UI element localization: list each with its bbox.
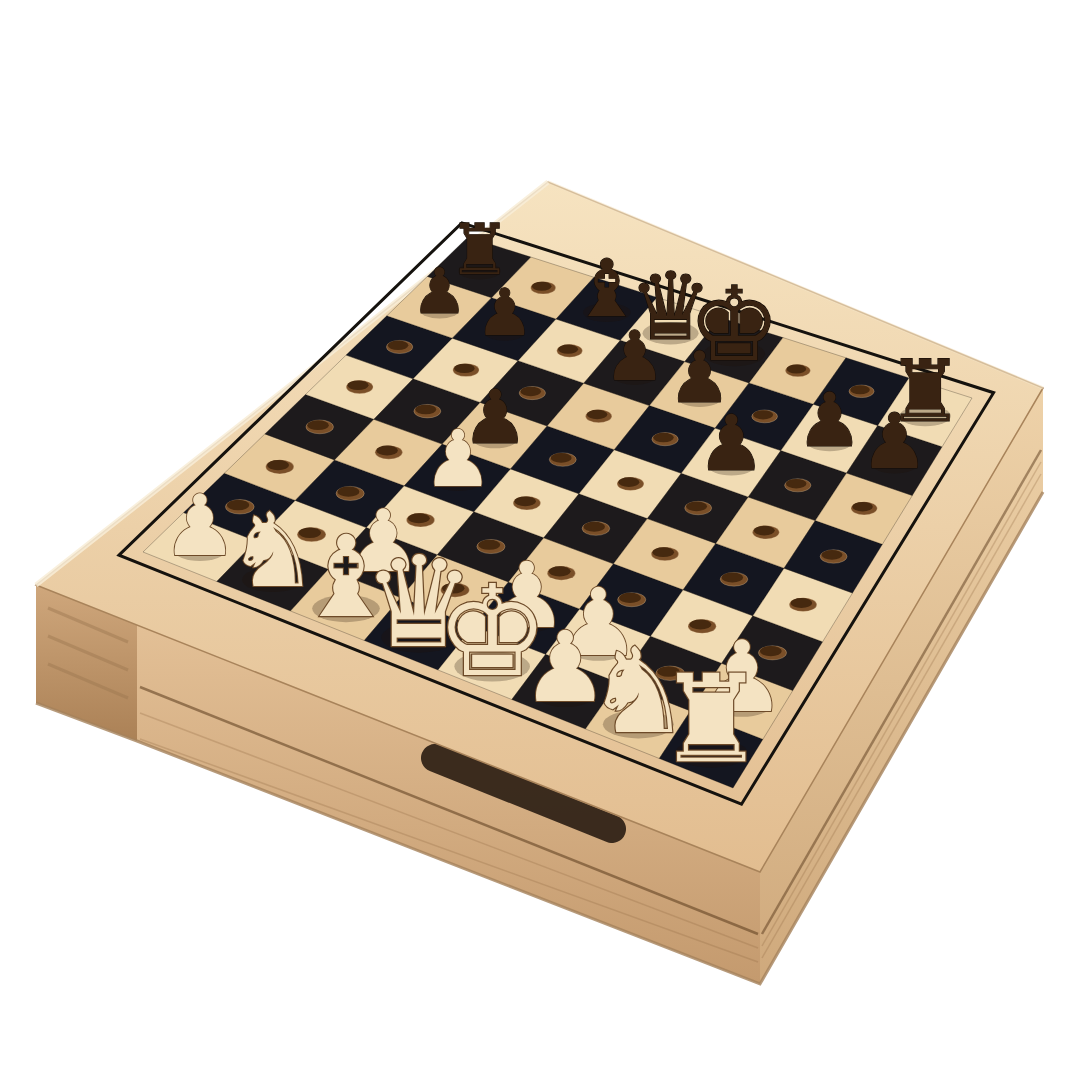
peg-hole-shadow-d4 — [514, 496, 535, 506]
black-pawn-f6: ♟ — [697, 399, 766, 488]
chessboard-scene: ♜♟♝♟♛♚♟♟♜♟♟♟♟♟♟♟♞♝♟♛♟♚♟♟♞♜ — [0, 0, 1080, 1080]
peg-hole-shadow-g5 — [754, 526, 775, 536]
peg-hole-shadow-g6 — [786, 479, 807, 488]
black-pawn-d7: ♟ — [604, 316, 666, 396]
peg-hole-shadow-b4 — [376, 446, 397, 456]
black-pawn-a7: ♟ — [411, 254, 468, 328]
travel-chess-set-photo: ♜♟♝♟♛♚♟♟♜♟♟♟♟♟♟♟♞♝♟♛♟♚♟♟♞♜ — [0, 0, 1080, 1080]
peg-hole-shadow-h6 — [852, 502, 873, 511]
peg-hole-shadow-f8 — [787, 365, 807, 374]
peg-hole-shadow-h4 — [791, 598, 812, 608]
peg-hole-shadow-g4 — [722, 573, 743, 583]
peg-hole-shadow-f5 — [686, 502, 707, 512]
white-pawn-c4: ♟ — [423, 413, 493, 504]
peg-hole-shadow-d6 — [587, 410, 608, 419]
peg-hole-shadow-b8 — [532, 282, 552, 291]
peg-hole-shadow-h5 — [821, 550, 842, 560]
white-rook-h1: ♜ — [657, 649, 766, 790]
peg-hole-shadow-e5 — [618, 477, 639, 487]
black-pawn-g7: ♟ — [796, 377, 863, 464]
peg-hole-shadow-e6 — [653, 433, 674, 442]
peg-hole-shadow-a3 — [267, 460, 289, 470]
peg-hole-shadow-a4 — [307, 420, 328, 430]
black-pawn-h7: ♟ — [860, 397, 929, 486]
black-pawn-b7: ♟ — [475, 275, 533, 350]
peg-hole-shadow-a5 — [348, 380, 369, 390]
peg-hole-shadow-a6 — [388, 341, 409, 350]
peg-hole-shadow-c7 — [558, 345, 578, 354]
peg-hole-shadow-f4 — [653, 547, 674, 557]
peg-hole-shadow-b6 — [454, 364, 475, 373]
peg-hole-shadow-e4 — [584, 522, 605, 532]
peg-hole-shadow-d5 — [551, 453, 572, 463]
